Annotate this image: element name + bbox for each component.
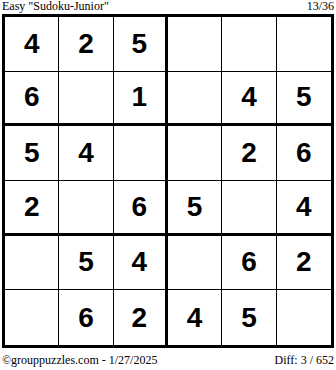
cell-r2c4[interactable] [168,72,222,127]
cell-r3c6: 6 [277,126,331,181]
cell-r2c1: 6 [5,72,59,127]
cell-r3c2: 4 [59,126,113,181]
cell-r6c6[interactable] [277,290,331,345]
cell-r4c2[interactable] [59,181,113,236]
cell-r3c4[interactable] [168,126,222,181]
cell-r6c5: 5 [222,290,276,345]
cell-r5c4[interactable] [168,236,222,291]
sudoku-grid: 42561455426265454626245 [2,14,334,348]
cell-r6c1[interactable] [5,290,59,345]
cell-r1c6[interactable] [277,17,331,72]
cell-r2c6: 5 [277,72,331,127]
page-number: 13/36 [307,0,334,13]
cell-r3c3[interactable] [114,126,168,181]
cell-r3c5: 2 [222,126,276,181]
cell-r5c6: 2 [277,236,331,291]
cell-r2c3: 1 [114,72,168,127]
cell-r1c4[interactable] [168,17,222,72]
cell-r6c3: 2 [114,290,168,345]
sudoku-page: Easy "Sudoku-Junior" 13/36 4256145542626… [0,0,336,370]
cell-r3c1: 5 [5,126,59,181]
difficulty: Diff: 3 / 652 [275,353,334,367]
cell-r4c6: 4 [277,181,331,236]
cell-r1c1: 4 [5,17,59,72]
cell-r1c3: 5 [114,17,168,72]
cell-r4c1: 2 [5,181,59,236]
cell-r4c5[interactable] [222,181,276,236]
cell-r5c2: 5 [59,236,113,291]
cell-r6c4: 4 [168,290,222,345]
puzzle-title: Easy "Sudoku-Junior" [2,0,109,13]
page-header: Easy "Sudoku-Junior" 13/36 [0,0,336,14]
cell-r6c2: 6 [59,290,113,345]
cell-r1c2: 2 [59,17,113,72]
cell-r4c3: 6 [114,181,168,236]
cell-r5c5: 6 [222,236,276,291]
cell-r2c5: 4 [222,72,276,127]
cell-r5c1[interactable] [5,236,59,291]
copyright: ©grouppuzzles.com - 1/27/2025 [2,353,157,367]
cell-r5c3: 4 [114,236,168,291]
page-footer: ©grouppuzzles.com - 1/27/2025 Diff: 3 / … [0,348,336,367]
cell-r4c4: 5 [168,181,222,236]
cell-r2c2[interactable] [59,72,113,127]
cell-r1c5[interactable] [222,17,276,72]
